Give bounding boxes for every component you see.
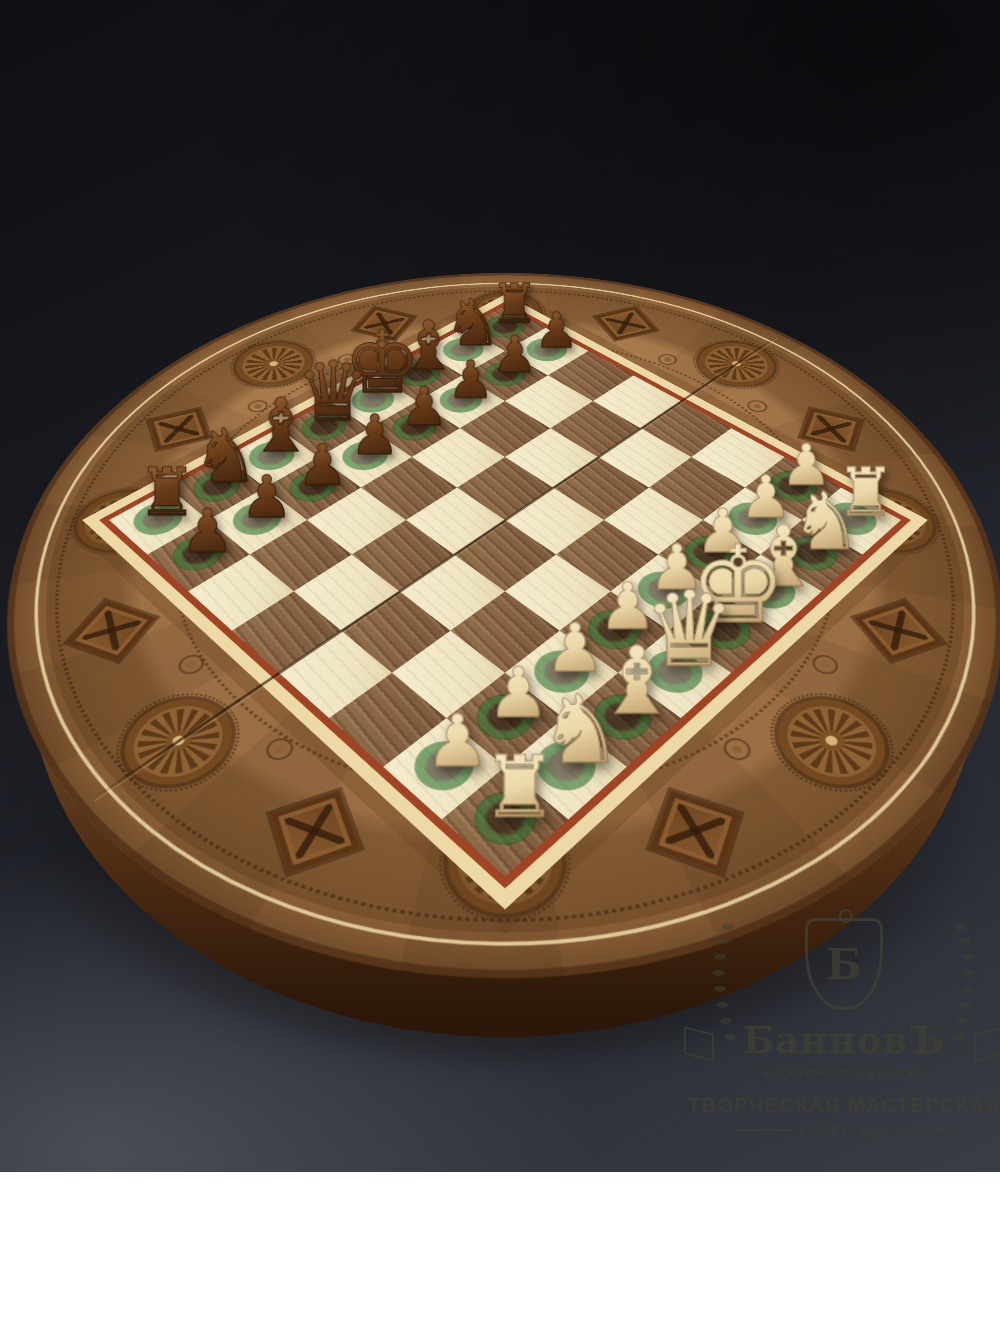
brand-shield-icon: Б: [805, 918, 883, 1010]
rule-dash: [896, 1129, 954, 1131]
watermark: Б БанновЪ в лучших традициях ТВОРЧЕСКАЯ …: [688, 918, 1000, 1137]
brand-studio-line: ТВОРЧЕСКАЯ МАСТЕРСКАЯ: [688, 1094, 1000, 1117]
brand-ribbon: БанновЪ: [688, 1018, 1000, 1062]
piece-glyph: ♟: [145, 501, 270, 561]
brand-since-text: с 2001 года: [800, 1123, 888, 1137]
brand-monogram: Б: [826, 940, 862, 989]
rosette-carving-icon: [470, 293, 541, 331]
piece-glyph: ♜: [442, 745, 597, 830]
white-margin: [0, 1172, 1000, 1340]
rule-dash: [734, 1129, 792, 1131]
brand-name: БанновЪ: [743, 1018, 946, 1062]
product-photo-background: ♜♞♝♛♚♝♞♜♟♟♟♟♟♟♟♟♟♟♟♟♟♟♟♟♜♞♝♛♚♝♞♜ Б Банно…: [0, 0, 1000, 1172]
brand-since-line: с 2001 года: [688, 1123, 1000, 1137]
brand-tagline: в лучших традициях: [688, 1068, 1000, 1078]
